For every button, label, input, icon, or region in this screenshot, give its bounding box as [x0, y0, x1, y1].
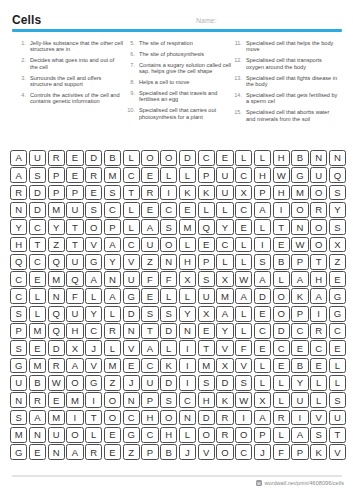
- clue-number: 13.: [229, 75, 246, 88]
- grid-cell: N: [10, 392, 27, 408]
- grid-cell: N: [310, 150, 327, 166]
- grid-cell: E: [29, 271, 46, 287]
- grid-cell: E: [198, 237, 215, 253]
- grid-cell: P: [198, 167, 215, 183]
- grid-cell: L: [179, 288, 196, 304]
- grid-cell: Y: [216, 323, 233, 339]
- grid-cell: L: [85, 288, 102, 304]
- grid-cell: A: [216, 306, 233, 322]
- grid-cell: M: [179, 219, 196, 235]
- grid-cell: D: [160, 375, 177, 391]
- grid-cell: L: [235, 323, 252, 339]
- grid-cell: E: [141, 202, 158, 218]
- grid-cell: Y: [216, 219, 233, 235]
- grid-cell: L: [198, 202, 215, 218]
- grid-cell: L: [235, 306, 252, 322]
- clue-item: 14.Specialised cell that gets fertilised…: [229, 92, 341, 105]
- grid-cell: Z: [141, 254, 158, 270]
- grid-cell: L: [160, 340, 177, 356]
- grid-cell: L: [216, 202, 233, 218]
- grid-cell: U: [141, 237, 158, 253]
- grid-cell: O: [104, 410, 121, 426]
- grid-cell: O: [66, 375, 83, 391]
- grid-cell: L: [310, 375, 327, 391]
- grid-cell: H: [141, 410, 158, 426]
- grid-cell: Y: [179, 306, 196, 322]
- clue-item: 3.Surrounds the cell and offers structur…: [13, 75, 123, 88]
- grid-cell: P: [141, 392, 158, 408]
- grid-cell: D: [198, 410, 215, 426]
- grid-cell: U: [310, 167, 327, 183]
- grid-cell: L: [273, 375, 290, 391]
- grid-cell: V: [310, 410, 327, 426]
- grid-cell: Y: [85, 306, 102, 322]
- grid-cell: H: [179, 254, 196, 270]
- grid-cell: D: [123, 306, 140, 322]
- grid-cell: P: [254, 185, 271, 201]
- grid-cell: G: [329, 288, 346, 304]
- grid-cell: Z: [48, 237, 65, 253]
- grid-cell: C: [235, 167, 252, 183]
- grid-cell: H: [10, 237, 27, 253]
- grid-cell: L: [254, 219, 271, 235]
- grid-cell: S: [198, 375, 215, 391]
- grid-cell: V: [123, 340, 140, 356]
- grid-cell: D: [48, 340, 65, 356]
- grid-cell: P: [291, 306, 308, 322]
- grid-cell: N: [123, 392, 140, 408]
- clue-text: Specialised cell that transports oxygen …: [246, 57, 338, 70]
- grid-cell: E: [329, 340, 346, 356]
- grid-cell: M: [48, 410, 65, 426]
- grid-cell: E: [235, 219, 252, 235]
- grid-cell: Y: [329, 202, 346, 218]
- grid-cell: F: [66, 288, 83, 304]
- grid-cell: L: [85, 427, 102, 443]
- grid-cell: I: [66, 410, 83, 426]
- grid-cell: A: [10, 167, 27, 183]
- grid-cell: U: [66, 202, 83, 218]
- grid-cell: S: [329, 219, 346, 235]
- clue-item: 4.Controls the activities of the cell an…: [13, 92, 123, 105]
- grid-cell: N: [29, 427, 46, 443]
- clue-text: Surrounds the cell and offers structure …: [30, 75, 123, 88]
- grid-cell: M: [48, 271, 65, 287]
- grid-cell: P: [48, 167, 65, 183]
- grid-cell: C: [179, 392, 196, 408]
- clue-item: 12.Specialised cell that transports oxyg…: [229, 57, 341, 70]
- grid-cell: R: [85, 167, 102, 183]
- grid-cell: O: [310, 185, 327, 201]
- clue-number: 2.: [13, 57, 30, 70]
- grid-cell: Q: [48, 306, 65, 322]
- clue-number: 10.: [122, 107, 139, 120]
- grid-cell: N: [123, 323, 140, 339]
- grid-cell: H: [310, 271, 327, 287]
- grid-cell: L: [123, 219, 140, 235]
- clue-number: 9.: [122, 90, 139, 103]
- grid-cell: S: [10, 340, 27, 356]
- grid-cell: N: [104, 271, 121, 287]
- grid-cell: L: [29, 306, 46, 322]
- grid-cell: O: [141, 150, 158, 166]
- grid-cell: H: [198, 392, 215, 408]
- grid-cell: U: [66, 254, 83, 270]
- grid-cell: L: [123, 150, 140, 166]
- grid-cell: L: [179, 237, 196, 253]
- grid-cell: G: [10, 358, 27, 374]
- grid-cell: E: [85, 185, 102, 201]
- grid-cell: E: [66, 167, 83, 183]
- grid-cell: L: [123, 202, 140, 218]
- grid-cell: N: [291, 219, 308, 235]
- grid-cell: E: [29, 444, 46, 460]
- grid-cell: U: [329, 410, 346, 426]
- grid-cell: A: [291, 271, 308, 287]
- grid-cell: R: [310, 202, 327, 218]
- grid-cell: A: [141, 219, 158, 235]
- grid-cell: S: [329, 185, 346, 201]
- clue-text: Specialised cell that fights disease in …: [246, 75, 338, 88]
- grid-cell: R: [10, 185, 27, 201]
- grid-cell: S: [160, 392, 177, 408]
- grid-cell: X: [329, 237, 346, 253]
- grid-cell: M: [291, 185, 308, 201]
- grid-cell: I: [85, 392, 102, 408]
- grid-cell: E: [254, 340, 271, 356]
- grid-cell: U: [291, 392, 308, 408]
- grid-cell: D: [179, 150, 196, 166]
- grid-cell: S: [235, 375, 252, 391]
- clue-text: Controls the activities of the cell and …: [30, 92, 123, 105]
- clue-item: 9.Specialised cell that travels and fert…: [122, 90, 232, 103]
- grid-cell: S: [254, 254, 271, 270]
- grid-cell: J: [123, 375, 140, 391]
- word-search-grid: AUREDBLOODCELLHBNNASPERMCELLPUCHWGUQRDPP…: [10, 150, 346, 460]
- grid-cell: C: [123, 167, 140, 183]
- grid-cell: E: [329, 271, 346, 287]
- grid-cell: H: [254, 167, 271, 183]
- grid-cell: N: [10, 202, 27, 218]
- grid-cell: U: [48, 427, 65, 443]
- grid-cell: I: [235, 410, 252, 426]
- grid-cell: M: [198, 358, 215, 374]
- grid-cell: R: [85, 444, 102, 460]
- grid-cell: O: [235, 427, 252, 443]
- grid-cell: C: [254, 323, 271, 339]
- grid-cell: Y: [291, 375, 308, 391]
- clue-item: 1.Jelly-like substance that the other ce…: [13, 40, 123, 53]
- grid-cell: A: [254, 271, 271, 287]
- clue-text: Specialised cell that travels and fertil…: [139, 90, 232, 103]
- grid-cell: M: [29, 323, 46, 339]
- grid-cell: B: [291, 358, 308, 374]
- clue-column-1: 1.Jelly-like substance that the other ce…: [13, 40, 123, 109]
- grid-cell: F: [141, 271, 158, 287]
- grid-cell: P: [291, 444, 308, 460]
- grid-cell: J: [254, 444, 271, 460]
- grid-cell: K: [291, 288, 308, 304]
- clue-text: Decides what goes into and out of the ce…: [30, 57, 123, 70]
- grid-cell: P: [291, 254, 308, 270]
- grid-cell: A: [66, 444, 83, 460]
- grid-cell: T: [66, 237, 83, 253]
- grid-cell: W: [273, 167, 290, 183]
- grid-cell: R: [48, 150, 65, 166]
- grid-cell: P: [10, 323, 27, 339]
- grid-cell: C: [10, 271, 27, 287]
- grid-cell: C: [273, 340, 290, 356]
- grid-cell: O: [160, 237, 177, 253]
- grid-cell: E: [254, 306, 271, 322]
- grid-cell: A: [104, 237, 121, 253]
- grid-cell: B: [104, 150, 121, 166]
- grid-cell: E: [104, 444, 121, 460]
- grid-cell: O: [273, 288, 290, 304]
- clue-number: 3.: [13, 75, 30, 88]
- grid-cell: Z: [123, 444, 140, 460]
- clue-item: 5.The site of respiration: [122, 40, 232, 46]
- clue-number: 4.: [13, 92, 30, 105]
- grid-cell: C: [198, 150, 215, 166]
- grid-cell: V: [198, 444, 215, 460]
- grid-cell: A: [141, 340, 158, 356]
- grid-cell: G: [329, 306, 346, 322]
- grid-cell: Y: [104, 254, 121, 270]
- grid-cell: S: [141, 306, 158, 322]
- grid-cell: M: [10, 427, 27, 443]
- clue-item: 11.Specialised cell that helps the body …: [229, 40, 341, 53]
- clue-text: Specialised cell that gets fertilised by…: [246, 92, 338, 105]
- grid-cell: B: [160, 444, 177, 460]
- grid-cell: T: [310, 254, 327, 270]
- grid-cell: A: [29, 410, 46, 426]
- grid-cell: C: [10, 288, 27, 304]
- grid-cell: E: [198, 323, 215, 339]
- grid-cell: C: [216, 237, 233, 253]
- grid-cell: O: [310, 237, 327, 253]
- grid-cell: R: [141, 185, 158, 201]
- grid-cell: Z: [329, 254, 346, 270]
- grid-cell: L: [273, 271, 290, 287]
- grid-cell: X: [179, 271, 196, 287]
- grid-cell: M: [29, 358, 46, 374]
- grid-cell: C: [160, 202, 177, 218]
- grid-cell: L: [310, 392, 327, 408]
- grid-cell: E: [310, 358, 327, 374]
- grid-cell: C: [329, 323, 346, 339]
- grid-cell: E: [216, 150, 233, 166]
- clue-item: 15.Specialised cell that aborbs water an…: [229, 109, 341, 122]
- grid-cell: U: [216, 185, 233, 201]
- grid-cell: V: [85, 358, 102, 374]
- grid-cell: C: [123, 410, 140, 426]
- clue-number: 6.: [122, 51, 139, 57]
- grid-cell: M: [104, 358, 121, 374]
- grid-cell: D: [29, 202, 46, 218]
- grid-cell: Q: [198, 219, 215, 235]
- grid-cell: I: [310, 306, 327, 322]
- grid-cell: L: [273, 427, 290, 443]
- grid-cell: Q: [66, 271, 83, 287]
- grid-cell: K: [216, 392, 233, 408]
- clue-number: 1.: [13, 40, 30, 53]
- grid-cell: O: [273, 306, 290, 322]
- grid-cell: V: [235, 358, 252, 374]
- grid-cell: A: [104, 288, 121, 304]
- clue-text: Specialised cell that helps the body mov…: [246, 40, 338, 53]
- grid-cell: W: [235, 271, 252, 287]
- grid-cell: D: [254, 288, 271, 304]
- grid-cell: H: [160, 427, 177, 443]
- grid-cell: E: [273, 358, 290, 374]
- grid-cell: R: [48, 358, 65, 374]
- grid-cell: G: [123, 427, 140, 443]
- grid-cell: D: [273, 323, 290, 339]
- grid-cell: L: [104, 306, 121, 322]
- grid-cell: O: [66, 427, 83, 443]
- grid-cell: G: [85, 375, 102, 391]
- name-label: Name:: [196, 17, 217, 24]
- grid-cell: L: [235, 254, 252, 270]
- grid-cell: H: [66, 323, 83, 339]
- grid-cell: L: [254, 375, 271, 391]
- clue-item: 7.Contains a sugary solution called cell…: [122, 62, 232, 75]
- grid-cell: U: [29, 150, 46, 166]
- grid-cell: W: [291, 237, 308, 253]
- grid-cell: B: [273, 254, 290, 270]
- footer: w wordwall.net/print/4608096/cells: [256, 480, 344, 486]
- grid-cell: P: [48, 185, 65, 201]
- grid-cell: N: [48, 288, 65, 304]
- grid-cell: C: [235, 444, 252, 460]
- clue-text: The site of photosynthesis: [139, 51, 232, 57]
- grid-cell: O: [85, 219, 102, 235]
- grid-cell: E: [291, 340, 308, 356]
- grid-cell: W: [48, 375, 65, 391]
- grid-cell: F: [273, 444, 290, 460]
- grid-cell: L: [329, 358, 346, 374]
- grid-cell: N: [179, 410, 196, 426]
- grid-cell: I: [179, 340, 196, 356]
- grid-cell: E: [104, 427, 121, 443]
- grid-cell: T: [273, 219, 290, 235]
- grid-cell: Q: [329, 167, 346, 183]
- grid-cell: G: [10, 444, 27, 460]
- grid-cell: L: [216, 254, 233, 270]
- grid-cell: E: [29, 340, 46, 356]
- grid-cell: D: [29, 185, 46, 201]
- grid-cell: L: [179, 167, 196, 183]
- grid-cell: I: [291, 410, 308, 426]
- grid-cell: A: [85, 271, 102, 287]
- clue-text: Helps a cell to move: [139, 79, 232, 85]
- grid-cell: C: [104, 202, 121, 218]
- grid-cell: L: [160, 167, 177, 183]
- grid-cell: C: [310, 340, 327, 356]
- grid-cell: A: [66, 358, 83, 374]
- clue-text: Specialised cell that aborbs water and m…: [246, 109, 338, 122]
- clue-text: The site of respiration: [139, 40, 232, 46]
- grid-cell: C: [235, 202, 252, 218]
- clue-number: 12.: [229, 57, 246, 70]
- grid-cell: E: [273, 237, 290, 253]
- grid-cell: V: [123, 254, 140, 270]
- grid-cell: E: [48, 392, 65, 408]
- grid-cell: I: [273, 202, 290, 218]
- page-title: Cells: [12, 13, 41, 27]
- grid-cell: T: [29, 237, 46, 253]
- grid-cell: G: [291, 167, 308, 183]
- grid-cell: O: [216, 444, 233, 460]
- grid-cell: K: [179, 185, 196, 201]
- grid-cell: E: [66, 150, 83, 166]
- grid-cell: U: [141, 375, 158, 391]
- grid-cell: O: [198, 427, 215, 443]
- grid-cell: C: [123, 237, 140, 253]
- grid-cell: K: [310, 444, 327, 460]
- grid-cell: B: [291, 150, 308, 166]
- grid-cell: K: [198, 185, 215, 201]
- grid-cell: L: [254, 150, 271, 166]
- grid-cell: O: [160, 150, 177, 166]
- grid-cell: Q: [48, 254, 65, 270]
- grid-cell: P: [254, 427, 271, 443]
- clue-number: 7.: [122, 62, 139, 75]
- grid-cell: Y: [48, 219, 65, 235]
- grid-cell: O: [291, 202, 308, 218]
- grid-cell: X: [216, 271, 233, 287]
- grid-cell: T: [198, 340, 215, 356]
- clue-item: 2.Decides what goes into and out of the …: [13, 57, 123, 70]
- clue-text: Contains a sugary solution called cell s…: [139, 62, 232, 75]
- grid-cell: R: [216, 410, 233, 426]
- clue-number: 5.: [122, 40, 139, 46]
- grid-cell: C: [29, 254, 46, 270]
- grid-cell: U: [66, 306, 83, 322]
- grid-cell: H: [273, 150, 290, 166]
- grid-cell: V: [329, 444, 346, 460]
- grid-cell: I: [179, 358, 196, 374]
- clue-number: 14.: [229, 92, 246, 105]
- grid-cell: A: [254, 410, 271, 426]
- grid-cell: X: [198, 306, 215, 322]
- grid-cell: R: [104, 323, 121, 339]
- grid-cell: S: [160, 219, 177, 235]
- grid-cell: C: [291, 323, 308, 339]
- grid-cell: R: [273, 410, 290, 426]
- grid-cell: S: [198, 271, 215, 287]
- grid-cell: T: [329, 427, 346, 443]
- grid-cell: L: [329, 375, 346, 391]
- grid-cell: A: [291, 427, 308, 443]
- grid-cell: M: [66, 392, 83, 408]
- grid-cell: N: [179, 323, 196, 339]
- grid-cell: D: [216, 375, 233, 391]
- grid-cell: Q: [48, 323, 65, 339]
- grid-cell: L: [104, 340, 121, 356]
- footer-divider: [12, 475, 342, 477]
- clue-item: 6.The site of photosynthesis: [122, 51, 232, 57]
- grid-cell: K: [160, 358, 177, 374]
- grid-cell: X: [216, 358, 233, 374]
- clue-number: 15.: [229, 109, 246, 122]
- grid-cell: M: [48, 202, 65, 218]
- clue-number: 11.: [229, 40, 246, 53]
- grid-cell: L: [179, 427, 196, 443]
- grid-cell: J: [85, 340, 102, 356]
- grid-cell: R: [29, 392, 46, 408]
